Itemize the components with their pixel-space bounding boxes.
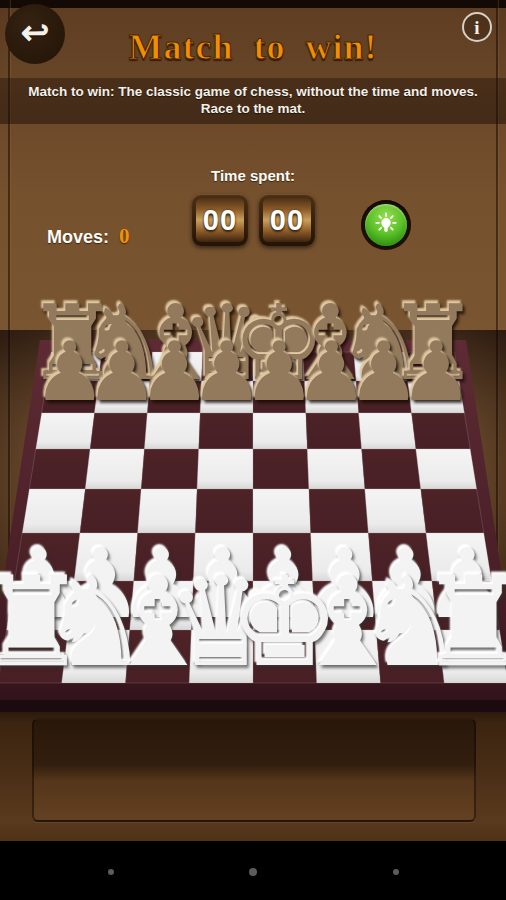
piece-wr[interactable]: ♜ — [418, 560, 506, 684]
square-d5[interactable] — [197, 449, 253, 489]
square-b5[interactable] — [85, 449, 144, 489]
square-f5[interactable] — [307, 449, 365, 489]
square-a5[interactable] — [29, 449, 90, 489]
square-d4[interactable] — [195, 489, 253, 533]
bottom-wood-panel — [0, 712, 506, 841]
game-screen: ↩ Match to win! i Match to win: The clas… — [0, 0, 506, 900]
android-nav-bar — [0, 841, 506, 900]
piece-bp[interactable]: ♟ — [399, 331, 473, 413]
nav-back-dot[interactable] — [108, 869, 114, 875]
square-g5[interactable] — [362, 449, 421, 489]
nav-recent-dot[interactable] — [393, 869, 399, 875]
nav-home-dot[interactable] — [249, 868, 257, 876]
square-e5[interactable] — [253, 449, 309, 489]
square-c5[interactable] — [141, 449, 199, 489]
square-f4[interactable] — [309, 489, 368, 533]
square-a4[interactable] — [22, 489, 85, 533]
square-b4[interactable] — [80, 489, 141, 533]
square-e4[interactable] — [253, 489, 311, 533]
wood-panel-frame — [32, 718, 476, 822]
square-h4[interactable] — [421, 489, 484, 533]
square-h5[interactable] — [416, 449, 477, 489]
square-g4[interactable] — [365, 489, 426, 533]
square-c4[interactable] — [138, 489, 197, 533]
board-front-edge — [0, 700, 506, 712]
